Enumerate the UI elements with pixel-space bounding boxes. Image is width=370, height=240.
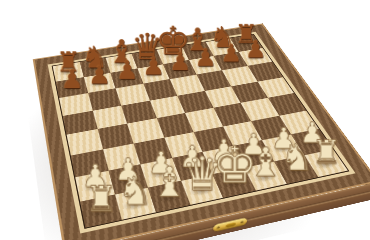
square-a1[interactable]: ♜ (80, 194, 121, 224)
piece-black-pawn[interactable]: ♟ (116, 57, 139, 82)
clasp-slot (225, 222, 235, 224)
piece-white-bishop[interactable]: ♝ (151, 162, 188, 203)
scene: ♜♞♝♛♚♝♞♜♟♟♟♟♟♟♟♟♟♟♟♟♟♟♟♟♜♞♝♛♚♝♞♜ (0, 0, 370, 224)
piece-black-pawn[interactable]: ♟ (88, 62, 111, 87)
chess-box: ♜♞♝♛♚♝♞♜♟♟♟♟♟♟♟♟♟♟♟♟♟♟♟♟♜♞♝♛♚♝♞♜ (33, 24, 370, 224)
piece-white-rook[interactable]: ♜ (312, 135, 342, 168)
board-grid: ♜♞♝♛♚♝♞♜♟♟♟♟♟♟♟♟♟♟♟♟♟♟♟♟♜♞♝♛♚♝♞♜ (52, 34, 350, 224)
square-a7[interactable]: ♟ (56, 77, 88, 98)
piece-black-pawn[interactable]: ♟ (245, 37, 267, 61)
piece-black-pawn[interactable]: ♟ (60, 66, 83, 92)
piece-white-rook[interactable]: ♜ (85, 181, 117, 217)
piece-black-pawn[interactable]: ♟ (220, 41, 242, 65)
clasp-screw-right (240, 221, 244, 224)
square-c1[interactable]: ♝ (148, 181, 190, 213)
piece-white-knight[interactable]: ♞ (280, 138, 313, 175)
brass-clasp-icon (213, 218, 247, 224)
square-e6[interactable] (170, 75, 204, 96)
square-b1[interactable]: ♞ (114, 187, 156, 219)
piece-black-pawn[interactable]: ♟ (195, 45, 217, 69)
board-trim: ♜♞♝♛♚♝♞♜♟♟♟♟♟♟♟♟♟♟♟♟♟♟♟♟♜♞♝♛♚♝♞♜ (48, 32, 356, 224)
piece-black-pawn[interactable]: ♟ (169, 49, 191, 74)
piece-black-pawn[interactable]: ♟ (143, 53, 165, 78)
square-d5[interactable] (149, 96, 185, 119)
piece-white-knight[interactable]: ♞ (118, 171, 153, 210)
